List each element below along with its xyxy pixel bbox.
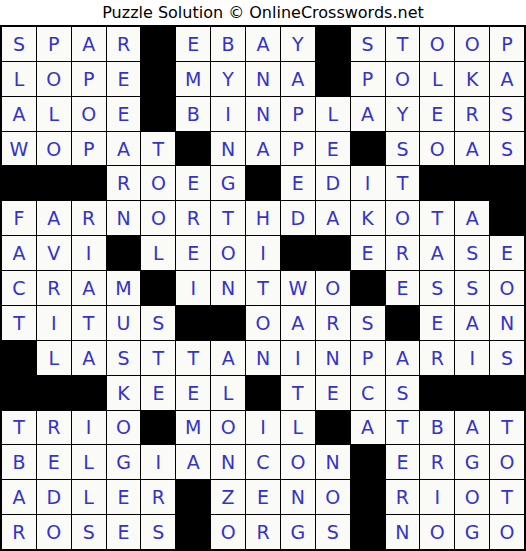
letter-cell-r14c7: Z [211,480,245,514]
letter-cell-r14c3: L [72,480,106,514]
block-cell-r5c1 [2,166,36,200]
letter-cell-r4c12: S [386,132,420,166]
letter-cell-r4c14: A [455,132,489,166]
letter-cell-r12c6: M [176,411,210,445]
letter-cell-r9c2: I [37,306,71,340]
letter-cell-r12c9: L [281,411,315,445]
letter-cell-r9c4: U [107,306,141,340]
letter-cell-r2c12: O [386,62,420,96]
letter-cell-r13c2: E [37,445,71,479]
letter-cell-r15c1: R [2,515,36,549]
letter-cell-r7c2: V [37,236,71,270]
letter-cell-r10c7: A [211,341,245,375]
letter-cell-r4c1: W [2,132,36,166]
letter-cell-r3c11: A [351,97,385,131]
block-cell-r5c8 [246,166,280,200]
letter-cell-r15c2: O [37,515,71,549]
letter-cell-r14c15: T [490,480,524,514]
letter-cell-r2c6: M [176,62,210,96]
letter-cell-r12c13: B [420,411,454,445]
letter-cell-r2c7: Y [211,62,245,96]
block-cell-r4c11 [351,132,385,166]
letter-cell-r14c10: O [316,480,350,514]
letter-cell-r14c12: R [386,480,420,514]
letter-cell-r4c8: A [246,132,280,166]
letter-cell-r6c9: D [281,201,315,235]
block-cell-r5c3 [72,166,106,200]
letter-cell-r2c4: E [107,62,141,96]
letter-cell-r8c3: A [72,271,106,305]
block-cell-r14c6 [176,480,210,514]
letter-cell-r3c3: O [72,97,106,131]
block-cell-r9c6 [176,306,210,340]
letter-cell-r1c4: R [107,27,141,61]
letter-cell-r3c4: E [107,97,141,131]
letter-cell-r10c8: N [246,341,280,375]
letter-cell-r15c3: S [72,515,106,549]
letter-cell-r12c11: A [351,411,385,445]
block-cell-r12c10 [316,411,350,445]
letter-cell-r4c2: O [37,132,71,166]
letter-cell-r15c5: S [141,515,175,549]
block-cell-r11c3 [72,376,106,410]
letter-cell-r13c4: G [107,445,141,479]
letter-cell-r5c6: E [176,166,210,200]
letter-cell-r14c9: N [281,480,315,514]
letter-cell-r7c1: A [2,236,36,270]
letter-cell-r14c13: I [420,480,454,514]
letter-cell-r9c3: T [72,306,106,340]
letter-cell-r15c12: N [386,515,420,549]
letter-cell-r9c13: E [420,306,454,340]
letter-cell-r9c8: O [246,306,280,340]
block-cell-r15c11 [351,515,385,549]
letter-cell-r7c5: L [141,236,175,270]
letter-cell-r8c13: S [420,271,454,305]
letter-cell-r5c4: R [107,166,141,200]
block-cell-r5c2 [37,166,71,200]
letter-cell-r9c10: R [316,306,350,340]
letter-cell-r11c5: E [141,376,175,410]
letter-cell-r1c13: O [420,27,454,61]
letter-cell-r5c9: E [281,166,315,200]
block-cell-r11c13 [420,376,454,410]
letter-cell-r11c7: L [211,376,245,410]
block-cell-r4c6 [176,132,210,166]
letter-cell-r8c2: R [37,271,71,305]
block-cell-r11c15 [490,376,524,410]
letter-cell-r2c11: P [351,62,385,96]
letter-cell-r9c14: A [455,306,489,340]
letter-cell-r1c14: O [455,27,489,61]
letter-cell-r15c9: G [281,515,315,549]
letter-cell-r14c5: R [141,480,175,514]
letter-cell-r1c1: S [2,27,36,61]
letter-cell-r3c14: R [455,97,489,131]
block-cell-r2c5 [141,62,175,96]
letter-cell-r10c9: I [281,341,315,375]
letter-cell-r6c3: R [72,201,106,235]
block-cell-r11c2 [37,376,71,410]
letter-cell-r8c12: E [386,271,420,305]
letter-cell-r13c6: A [176,445,210,479]
letter-cell-r13c15: O [490,445,524,479]
block-cell-r9c12 [386,306,420,340]
block-cell-r1c10 [316,27,350,61]
block-cell-r8c11 [351,271,385,305]
block-cell-r9c7 [211,306,245,340]
letter-cell-r8c1: C [2,271,36,305]
letter-cell-r12c4: O [107,411,141,445]
letter-cell-r9c1: T [2,306,36,340]
letter-cell-r2c2: O [37,62,71,96]
letter-cell-r2c1: L [2,62,36,96]
letter-cell-r6c4: N [107,201,141,235]
block-cell-r11c14 [455,376,489,410]
letter-cell-r14c4: E [107,480,141,514]
letter-cell-r7c14: S [455,236,489,270]
letter-cell-r13c9: O [281,445,315,479]
letter-cell-r10c15: S [490,341,524,375]
letter-cell-r9c15: N [490,306,524,340]
letter-cell-r6c5: O [141,201,175,235]
block-cell-r10c1 [2,341,36,375]
letter-cell-r1c3: A [72,27,106,61]
letter-cell-r4c7: N [211,132,245,166]
letter-cell-r3c1: A [2,97,36,131]
letter-cell-r5c12: T [386,166,420,200]
letter-cell-r11c9: T [281,376,315,410]
letter-cell-r5c7: G [211,166,245,200]
letter-cell-r6c2: A [37,201,71,235]
letter-cell-r4c9: P [281,132,315,166]
letter-cell-r5c5: O [141,166,175,200]
letter-cell-r13c13: R [420,445,454,479]
letter-cell-r13c10: N [316,445,350,479]
letter-cell-r12c15: T [490,411,524,445]
block-cell-r2c10 [316,62,350,96]
letter-cell-r1c12: T [386,27,420,61]
block-cell-r5c13 [420,166,454,200]
letter-cell-r6c13: T [420,201,454,235]
crossword-grid: SPAREBAYSTOOPLOPEMYNAPOLKAALOEBINPLAYERS… [0,25,526,551]
letter-cell-r8c10: O [316,271,350,305]
block-cell-r14c11 [351,480,385,514]
letter-cell-r2c14: K [455,62,489,96]
letter-cell-r1c15: P [490,27,524,61]
letter-cell-r10c5: T [141,341,175,375]
letter-cell-r12c7: O [211,411,245,445]
letter-cell-r3c15: S [490,97,524,131]
letter-cell-r7c13: A [420,236,454,270]
letter-cell-r2c3: P [72,62,106,96]
letter-cell-r6c7: T [211,201,245,235]
letter-cell-r15c8: R [246,515,280,549]
letter-cell-r12c2: R [37,411,71,445]
letter-cell-r13c5: I [141,445,175,479]
letter-cell-r12c12: T [386,411,420,445]
letter-cell-r15c4: E [107,515,141,549]
letter-cell-r1c7: B [211,27,245,61]
block-cell-r13c11 [351,445,385,479]
letter-cell-r2c13: L [420,62,454,96]
letter-cell-r10c12: A [386,341,420,375]
block-cell-r1c5 [141,27,175,61]
letter-cell-r2c9: A [281,62,315,96]
letter-cell-r8c14: S [455,271,489,305]
letter-cell-r4c3: P [72,132,106,166]
letter-cell-r15c10: S [316,515,350,549]
letter-cell-r12c3: I [72,411,106,445]
letter-cell-r10c3: A [72,341,106,375]
block-cell-r7c9 [281,236,315,270]
letter-cell-r6c14: A [455,201,489,235]
letter-cell-r10c13: R [420,341,454,375]
block-cell-r12c5 [141,411,175,445]
letter-cell-r1c2: P [37,27,71,61]
block-cell-r5c14 [455,166,489,200]
letter-cell-r11c11: C [351,376,385,410]
letter-cell-r4c13: O [420,132,454,166]
title-bar: Puzzle Solution © OnlineCrosswords.net [0,0,526,25]
letter-cell-r7c11: E [351,236,385,270]
letter-cell-r3c10: L [316,97,350,131]
letter-cell-r8c15: O [490,271,524,305]
letter-cell-r12c14: A [455,411,489,445]
block-cell-r15c6 [176,515,210,549]
letter-cell-r10c6: T [176,341,210,375]
letter-cell-r3c12: Y [386,97,420,131]
letter-cell-r9c9: A [281,306,315,340]
letter-cell-r10c10: N [316,341,350,375]
letter-cell-r13c3: L [72,445,106,479]
letter-cell-r10c14: I [455,341,489,375]
letter-cell-r7c15: E [490,236,524,270]
letter-cell-r8c8: T [246,271,280,305]
letter-cell-r4c10: E [316,132,350,166]
letter-cell-r1c8: A [246,27,280,61]
letter-cell-r14c2: D [37,480,71,514]
letter-cell-r14c8: E [246,480,280,514]
block-cell-r5c15 [490,166,524,200]
letter-cell-r9c5: S [141,306,175,340]
letter-cell-r10c4: S [107,341,141,375]
letter-cell-r3c8: N [246,97,280,131]
letter-cell-r11c10: E [316,376,350,410]
letter-cell-r7c6: E [176,236,210,270]
letter-cell-r14c14: O [455,480,489,514]
letter-cell-r2c15: A [490,62,524,96]
letter-cell-r12c8: I [246,411,280,445]
letter-cell-r3c9: P [281,97,315,131]
letter-cell-r1c6: E [176,27,210,61]
letter-cell-r2c8: N [246,62,280,96]
letter-cell-r1c9: Y [281,27,315,61]
letter-cell-r4c15: S [490,132,524,166]
letter-cell-r6c10: A [316,201,350,235]
letter-cell-r3c7: I [211,97,245,131]
letter-cell-r8c7: N [211,271,245,305]
letter-cell-r13c12: E [386,445,420,479]
letter-cell-r7c8: I [246,236,280,270]
letter-cell-r13c1: B [2,445,36,479]
letter-cell-r13c8: C [246,445,280,479]
block-cell-r6c15 [490,201,524,235]
letter-cell-r4c5: T [141,132,175,166]
letter-cell-r5c10: D [316,166,350,200]
letter-cell-r6c6: R [176,201,210,235]
letter-cell-r1c11: S [351,27,385,61]
letter-cell-r6c11: K [351,201,385,235]
letter-cell-r9c11: S [351,306,385,340]
letter-cell-r10c2: L [37,341,71,375]
letter-cell-r15c14: G [455,515,489,549]
block-cell-r11c8 [246,376,280,410]
letter-cell-r12c1: T [2,411,36,445]
block-cell-r8c5 [141,271,175,305]
letter-cell-r13c14: G [455,445,489,479]
letter-cell-r5c11: I [351,166,385,200]
block-cell-r7c10 [316,236,350,270]
letter-cell-r3c13: E [420,97,454,131]
letter-cell-r11c6: E [176,376,210,410]
page-title: Puzzle Solution © OnlineCrosswords.net [102,3,424,22]
letter-cell-r7c7: O [211,236,245,270]
block-cell-r7c4 [107,236,141,270]
letter-cell-r7c12: R [386,236,420,270]
letter-cell-r6c12: O [386,201,420,235]
letter-cell-r14c1: A [2,480,36,514]
letter-cell-r11c12: S [386,376,420,410]
letter-cell-r3c6: B [176,97,210,131]
letter-cell-r15c15: O [490,515,524,549]
letter-cell-r8c9: W [281,271,315,305]
letter-cell-r11c4: K [107,376,141,410]
letter-cell-r15c7: O [211,515,245,549]
block-cell-r11c1 [2,376,36,410]
letter-cell-r13c7: N [211,445,245,479]
letter-cell-r15c13: O [420,515,454,549]
letter-cell-r4c4: A [107,132,141,166]
letter-cell-r8c4: M [107,271,141,305]
letter-cell-r6c1: F [2,201,36,235]
block-cell-r3c5 [141,97,175,131]
letter-cell-r7c3: I [72,236,106,270]
letter-cell-r10c11: P [351,341,385,375]
letter-cell-r3c2: L [37,97,71,131]
letter-cell-r8c6: I [176,271,210,305]
letter-cell-r6c8: H [246,201,280,235]
